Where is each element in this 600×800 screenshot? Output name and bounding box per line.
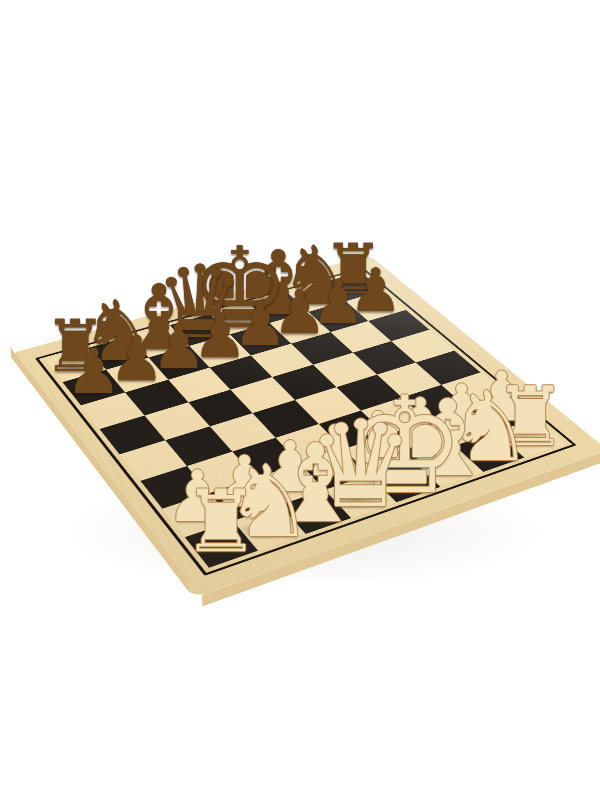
chess-set-photo: ♜♞♝♛♚♝♞♜♟♟♟♟♟♟♟♟♟♟♟♟♟♟♟♟♜♞♝♛♚♝♞♜ — [0, 0, 600, 800]
piece-white-rook: ♜ — [183, 479, 260, 565]
piece-black-pawn: ♟ — [66, 341, 122, 403]
